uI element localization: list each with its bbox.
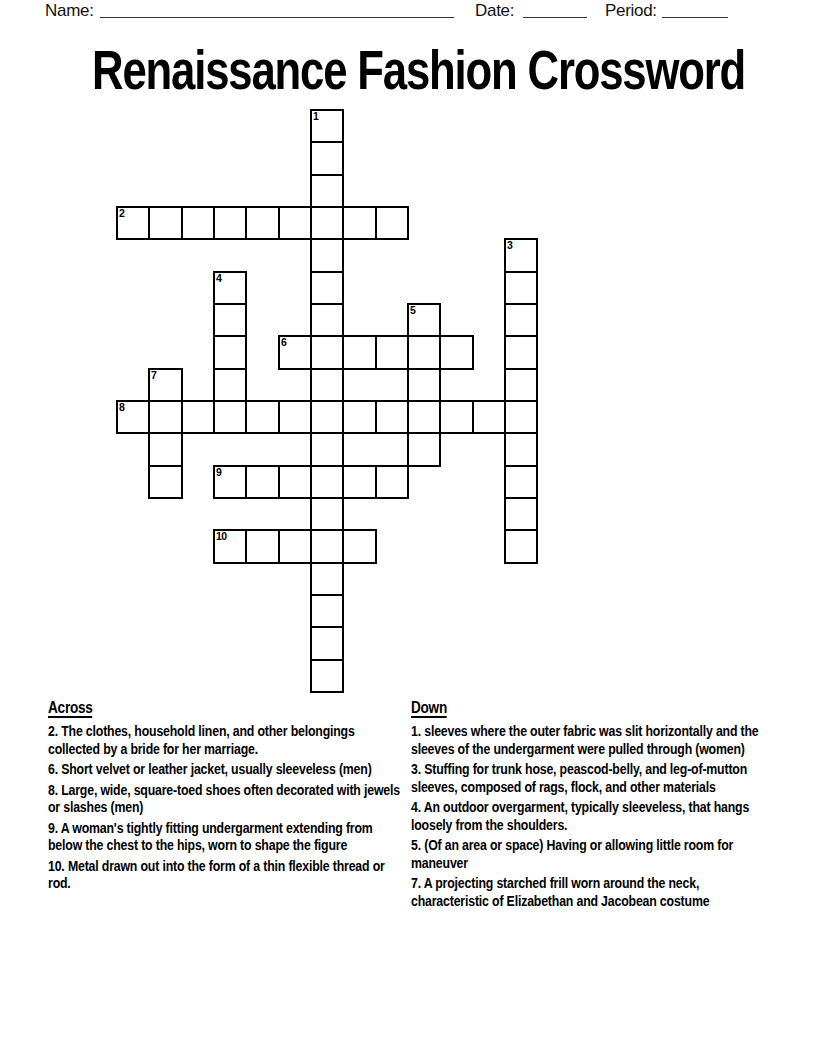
grid-cell-r6c3[interactable]	[213, 303, 247, 337]
clue-down-7: 7. A projecting starched frill worn arou…	[411, 875, 763, 910]
grid-cell-r9c1[interactable]	[148, 400, 183, 434]
down-section: Down 1. sleeves where the outer fabric w…	[411, 699, 763, 913]
grid-cell-r12c12[interactable]	[504, 497, 538, 531]
crossword-grid: 12345678910	[117, 110, 538, 693]
grid-cell-r13c3[interactable]: 10	[213, 529, 247, 564]
grid-cell-r3c5[interactable]	[278, 206, 312, 240]
across-section: Across 2. The clothes, household linen, …	[48, 699, 405, 896]
grid-cell-r13c5[interactable]	[278, 529, 312, 564]
grid-cell-r3c4[interactable]	[245, 206, 280, 240]
clue-across-9: 9. A woman's tightly fitting undergarmen…	[48, 820, 405, 855]
grid-cell-r4c12[interactable]: 3	[504, 238, 538, 273]
grid-cell-r7c3[interactable]	[213, 335, 247, 370]
grid-cell-r9c12[interactable]	[504, 400, 538, 434]
grid-cell-r7c9[interactable]	[407, 335, 441, 370]
grid-cell-r13c6[interactable]	[310, 529, 344, 564]
grid-cell-r8c6[interactable]	[310, 368, 344, 402]
grid-cell-r13c4[interactable]	[245, 529, 280, 564]
grid-cell-r9c6[interactable]	[310, 400, 344, 434]
clue-across-8: 8. Large, wide, square-toed shoes often …	[48, 782, 405, 817]
grid-cell-r3c8[interactable]	[375, 206, 409, 240]
grid-cell-r7c12[interactable]	[504, 335, 538, 370]
grid-cell-r3c7[interactable]	[342, 206, 377, 240]
grid-cell-r6c12[interactable]	[504, 303, 538, 337]
title-row: Renaissance Fashion Crossword	[0, 37, 816, 102]
clue-number-5: 5	[410, 305, 415, 316]
grid-cell-r3c6[interactable]	[310, 206, 344, 240]
grid-cell-r14c6[interactable]	[310, 562, 344, 596]
clue-number-4: 4	[216, 273, 221, 284]
name-input-line[interactable]	[100, 1, 454, 18]
grid-cell-r10c12[interactable]	[504, 432, 538, 467]
grid-cell-r5c6[interactable]	[310, 271, 344, 305]
clue-across-6: 6. Short velvet or leather jacket, usual…	[48, 761, 405, 779]
period-label: Period:	[605, 1, 657, 21]
grid-cell-r11c8[interactable]	[375, 465, 409, 499]
clue-down-1: 1. sleeves where the outer fabric was sl…	[411, 723, 763, 758]
clue-down-5: 5. (Of an area or space) Having or allow…	[411, 837, 763, 872]
down-clues: 1. sleeves where the outer fabric was sl…	[411, 723, 763, 910]
grid-cell-r3c3[interactable]	[213, 206, 247, 240]
grid-cell-r10c9[interactable]	[407, 432, 441, 467]
grid-cell-r7c5[interactable]: 6	[278, 335, 312, 370]
across-header: Across	[48, 699, 93, 718]
clue-down-4: 4. An outdoor overgarment, typically sle…	[411, 799, 763, 834]
grid-cell-r13c12[interactable]	[504, 529, 538, 564]
grid-cell-r16c6[interactable]	[310, 626, 344, 661]
grid-cell-r11c5[interactable]	[278, 465, 312, 499]
grid-cell-r10c1[interactable]	[148, 432, 183, 467]
grid-cell-r8c1[interactable]: 7	[148, 368, 183, 402]
grid-cell-r15c6[interactable]	[310, 594, 344, 628]
grid-cell-r9c8[interactable]	[375, 400, 409, 434]
grid-cell-r6c6[interactable]	[310, 303, 344, 337]
grid-cell-r2c6[interactable]	[310, 174, 344, 208]
grid-cell-r9c10[interactable]	[439, 400, 474, 434]
grid-cell-r13c7[interactable]	[342, 529, 377, 564]
grid-cell-r3c2[interactable]	[181, 206, 215, 240]
grid-cell-r11c1[interactable]	[148, 465, 183, 499]
grid-cell-r11c3[interactable]: 9	[213, 465, 247, 499]
grid-cell-r5c3[interactable]: 4	[213, 271, 247, 305]
grid-cell-r9c2[interactable]	[181, 400, 215, 434]
clue-number-3: 3	[507, 240, 512, 251]
grid-cell-r7c8[interactable]	[375, 335, 409, 370]
grid-cell-r7c6[interactable]	[310, 335, 344, 370]
clue-across-2: 2. The clothes, household linen, and oth…	[48, 723, 405, 758]
clue-number-6: 6	[281, 337, 286, 348]
clue-number-1: 1	[313, 111, 318, 122]
date-input-line[interactable]	[523, 1, 587, 18]
grid-cell-r8c12[interactable]	[504, 368, 538, 402]
grid-cell-r11c4[interactable]	[245, 465, 280, 499]
name-label: Name:	[45, 1, 94, 21]
grid-cell-r10c6[interactable]	[310, 432, 344, 467]
grid-cell-r9c5[interactable]	[278, 400, 312, 434]
grid-cell-r9c9[interactable]	[407, 400, 441, 434]
grid-cell-r9c11[interactable]	[472, 400, 506, 434]
grid-cell-r3c0[interactable]: 2	[116, 206, 150, 240]
clue-across-10: 10. Metal drawn out into the form of a t…	[48, 858, 405, 893]
clue-down-3: 3. Stuffing for trunk hose, peascod-bell…	[411, 761, 763, 796]
grid-cell-r9c7[interactable]	[342, 400, 377, 434]
grid-cell-r6c9[interactable]: 5	[407, 303, 441, 337]
grid-cell-r17c6[interactable]	[310, 659, 344, 693]
grid-cell-r0c6[interactable]: 1	[310, 109, 344, 143]
date-label: Date:	[475, 1, 514, 21]
page-title: Renaissance Fashion Crossword	[92, 37, 745, 102]
down-header: Down	[411, 699, 447, 718]
grid-cell-r7c10[interactable]	[439, 335, 474, 370]
grid-cell-r11c12[interactable]	[504, 465, 538, 499]
grid-cell-r3c1[interactable]	[148, 206, 183, 240]
grid-cell-r8c3[interactable]	[213, 368, 247, 402]
grid-cell-r9c0[interactable]: 8	[116, 400, 150, 434]
grid-cell-r1c6[interactable]	[310, 141, 344, 176]
clue-number-9: 9	[216, 467, 221, 478]
period-input-line[interactable]	[662, 1, 728, 18]
grid-cell-r5c12[interactable]	[504, 271, 538, 305]
clue-number-7: 7	[151, 370, 156, 381]
worksheet-page: Name: Date: Period: Renaissance Fashion …	[0, 0, 816, 1056]
clue-number-8: 8	[119, 402, 124, 413]
across-clues: 2. The clothes, household linen, and oth…	[48, 723, 405, 893]
grid-cell-r4c6[interactable]	[310, 238, 344, 273]
grid-cell-r11c6[interactable]	[310, 465, 344, 499]
grid-cell-r11c7[interactable]	[342, 465, 377, 499]
clue-number-10: 10	[216, 531, 227, 542]
grid-cell-r9c4[interactable]	[245, 400, 280, 434]
grid-cell-r9c3[interactable]	[213, 400, 247, 434]
grid-cell-r8c9[interactable]	[407, 368, 441, 402]
clue-number-2: 2	[119, 208, 124, 219]
grid-cell-r12c6[interactable]	[310, 497, 344, 531]
grid-cell-r7c7[interactable]	[342, 335, 377, 370]
